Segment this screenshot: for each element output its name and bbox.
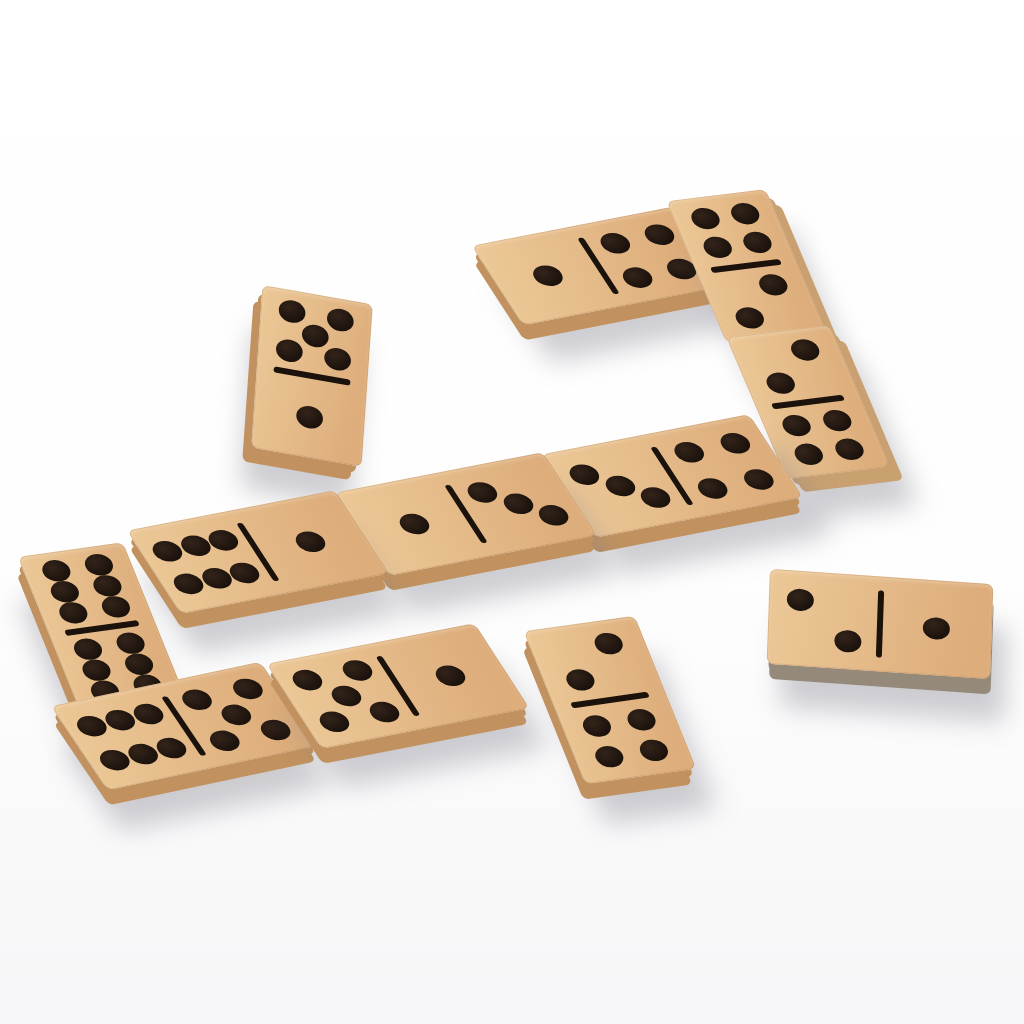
pip <box>687 207 723 231</box>
pip <box>98 595 133 620</box>
pip <box>113 631 148 656</box>
pip <box>834 629 862 653</box>
pip <box>39 558 74 583</box>
pip <box>430 663 469 688</box>
pip-divider <box>771 395 846 410</box>
pip <box>56 601 91 626</box>
pip <box>364 699 403 724</box>
pip <box>763 371 799 395</box>
pip-divider <box>710 259 782 273</box>
pip <box>755 273 791 297</box>
pip <box>639 222 678 247</box>
pip <box>564 462 603 487</box>
pip-divider <box>876 591 884 658</box>
pip <box>624 707 659 732</box>
pip <box>315 709 354 734</box>
domino-face <box>767 569 994 680</box>
pip <box>563 667 598 692</box>
pip <box>731 306 767 330</box>
pip <box>618 266 657 291</box>
pip <box>301 322 329 349</box>
domino-5-1[interactable] <box>251 285 373 467</box>
dominoes-scene <box>0 0 1024 1024</box>
pip <box>922 616 950 640</box>
pip <box>228 677 268 702</box>
pip <box>48 579 83 604</box>
pip <box>338 658 377 683</box>
pip <box>324 346 352 373</box>
pip <box>636 485 675 510</box>
pip <box>670 439 709 464</box>
domino-2-1[interactable] <box>767 569 994 680</box>
pip <box>595 230 634 255</box>
pip <box>290 529 329 554</box>
domino-face <box>251 285 373 467</box>
pip <box>739 467 778 492</box>
pip <box>739 230 775 254</box>
pip <box>288 668 327 693</box>
pip <box>791 442 827 466</box>
pip <box>636 738 671 763</box>
pip <box>255 717 295 742</box>
domino-face <box>524 616 697 784</box>
pip <box>394 512 433 537</box>
pip <box>592 744 627 769</box>
pip <box>81 552 116 577</box>
pip <box>693 476 732 501</box>
pip <box>326 684 365 709</box>
pip <box>463 480 502 505</box>
pip <box>832 437 868 461</box>
pip <box>205 728 245 753</box>
pip <box>579 714 614 739</box>
pip <box>278 298 306 325</box>
pip <box>699 235 735 259</box>
pip <box>600 474 639 499</box>
pip <box>71 637 106 662</box>
pip <box>326 307 354 334</box>
pip <box>786 587 814 611</box>
pip <box>778 414 814 438</box>
pip <box>528 263 567 288</box>
pip <box>591 631 626 656</box>
domino-2-4[interactable] <box>524 616 697 784</box>
pip <box>534 503 573 528</box>
pip <box>788 338 824 362</box>
pip <box>715 431 754 456</box>
pip <box>121 652 156 677</box>
pip <box>216 702 256 727</box>
pip <box>178 687 218 712</box>
pip <box>820 409 856 433</box>
pip <box>79 658 114 683</box>
pip <box>295 403 323 430</box>
pip <box>727 202 763 226</box>
pip <box>90 573 125 598</box>
pip <box>498 491 537 516</box>
pip-divider <box>570 692 650 709</box>
pip <box>275 337 303 364</box>
